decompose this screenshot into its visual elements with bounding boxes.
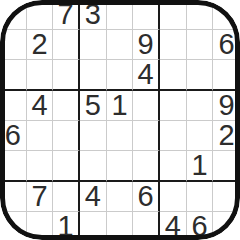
cell-r2c3 [53,30,80,60]
cell-r5c5 [107,121,134,151]
cell-r1c5 [107,0,134,30]
cell-r3c4 [80,60,107,91]
cell-r2c5 [107,30,134,60]
cell-r7c3 [53,182,80,212]
cell-r1c8 [187,0,214,30]
cell-r1c9 [213,0,240,30]
cell-r5c3 [53,121,80,151]
cell-r1c3: 7 [53,0,80,30]
cell-r7c5 [107,182,134,212]
cell-r7c4: 4 [80,182,107,212]
cell-r3c2 [27,60,54,91]
cell-r3c5 [107,60,134,91]
cell-r8c3: 1 [53,212,80,240]
cell-r7c7 [160,182,187,212]
cell-r8c7: 4 [160,212,187,240]
cell-r5c7 [160,121,187,151]
cell-r4c1 [0,91,27,121]
cell-r4c2: 4 [27,91,54,121]
cell-r5c2 [27,121,54,151]
cell-r3c8 [187,60,214,91]
cell-r6c1 [0,151,27,182]
sudoku-app-icon[interactable]: 7329644519621746146819 [0,0,240,240]
cell-r5c6 [133,121,160,151]
sudoku-board: 7329644519621746146819 [0,0,240,240]
cell-r2c1 [0,30,27,60]
cell-r8c1 [0,212,27,240]
cell-r3c6: 4 [133,60,160,91]
cell-r6c3 [53,151,80,182]
screen: 7329644519621746146819 [0,0,240,240]
cell-r8c9 [213,212,240,240]
cell-r4c3 [53,91,80,121]
cell-r7c1 [0,182,27,212]
cell-r5c8 [187,121,214,151]
cell-r8c6 [133,212,160,240]
cell-r4c8 [187,91,214,121]
cell-r8c8: 6 [187,212,214,240]
cell-r4c5: 1 [107,91,134,121]
cell-r7c8 [187,182,214,212]
cell-r7c6: 6 [133,182,160,212]
cell-r3c7 [160,60,187,91]
cell-r6c6 [133,151,160,182]
cell-r6c2 [27,151,54,182]
cell-r7c9 [213,182,240,212]
cell-r2c2: 2 [27,30,54,60]
cell-r5c4 [80,121,107,151]
cell-r8c5 [107,212,134,240]
cell-r2c4 [80,30,107,60]
cell-r7c2: 7 [27,182,54,212]
cell-r2c7 [160,30,187,60]
cell-r1c6 [133,0,160,30]
cell-r1c4: 3 [80,0,107,30]
cell-r2c6: 9 [133,30,160,60]
cell-r5c1: 6 [0,121,27,151]
cell-r2c8 [187,30,214,60]
cell-r4c9: 9 [213,91,240,121]
cell-r2c9: 6 [213,30,240,60]
cell-r4c6 [133,91,160,121]
cell-r3c1 [0,60,27,91]
cell-r1c7 [160,0,187,30]
cell-r6c9 [213,151,240,182]
cell-r4c4: 5 [80,91,107,121]
cell-r3c3 [53,60,80,91]
cell-r6c8: 1 [187,151,214,182]
cell-r3c9 [213,60,240,91]
cell-r6c4 [80,151,107,182]
cell-r5c9: 2 [213,121,240,151]
cell-r8c4 [80,212,107,240]
cell-r8c2 [27,212,54,240]
cell-r6c7 [160,151,187,182]
cell-r1c1 [0,0,27,30]
cell-r1c2 [27,0,54,30]
cell-r6c5 [107,151,134,182]
cell-r4c7 [160,91,187,121]
